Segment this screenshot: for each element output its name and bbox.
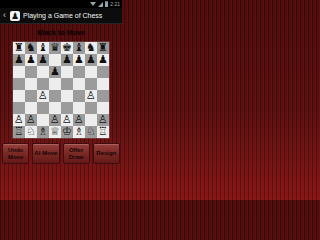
black-pawn-piece: ♟ [14,54,24,66]
white-pawn-piece: ♙ [86,90,96,102]
ai-move-button[interactable]: AI Move [32,143,59,164]
white-bishop-piece: ♗ [74,126,84,138]
white-bishop-piece: ♗ [38,126,48,138]
signal-icon [98,2,103,7]
page-title: Playing a Game of Chess [23,12,102,19]
black-pawn-piece: ♟ [98,54,108,66]
white-rook-piece: ♖ [14,126,24,138]
square-d5[interactable] [49,78,61,90]
undo-move-button[interactable]: Undo Move [2,143,29,164]
black-queen-piece: ♛ [50,42,60,54]
square-g3[interactable] [85,102,97,114]
clock-time: 2:21 [110,0,120,8]
square-h5[interactable] [97,78,109,90]
black-pawn-piece: ♟ [26,54,36,66]
square-h7[interactable]: ♟ [97,54,109,66]
white-rook-piece: ♖ [98,126,108,138]
white-knight-piece: ♘ [86,126,96,138]
square-c6[interactable] [37,66,49,78]
black-pawn-piece: ♟ [38,54,48,66]
square-g1[interactable]: ♘ [85,126,97,138]
square-b7[interactable]: ♟ [25,54,37,66]
square-f1[interactable]: ♗ [73,126,85,138]
app-chess-piece-icon[interactable]: ♟ [10,11,20,21]
square-f5[interactable] [73,78,85,90]
white-knight-piece: ♘ [26,126,36,138]
action-bar: ‹ ♟ Playing a Game of Chess [0,8,122,24]
square-c3[interactable] [37,102,49,114]
square-f6[interactable] [73,66,85,78]
square-b1[interactable]: ♘ [25,126,37,138]
square-a5[interactable] [13,78,25,90]
square-d4[interactable] [49,90,61,102]
turn-indicator: Black to Move [0,29,122,36]
square-g7[interactable]: ♟ [85,54,97,66]
square-g4[interactable]: ♙ [85,90,97,102]
black-pawn-piece: ♟ [62,54,72,66]
square-h4[interactable] [97,90,109,102]
square-a1[interactable]: ♖ [13,126,25,138]
battery-icon [105,1,108,7]
square-c7[interactable]: ♟ [37,54,49,66]
black-pawn-piece: ♟ [74,54,84,66]
square-b5[interactable] [25,78,37,90]
white-king-piece: ♔ [62,126,72,138]
chess-board[interactable]: ♜♞♝♛♚♝♞♜♟♟♟♟♟♟♟♟♙♙♙♙♙♙♙♙♖♘♗♕♔♗♘♖ [13,42,109,138]
square-h6[interactable] [97,66,109,78]
square-h1[interactable]: ♖ [97,126,109,138]
square-c1[interactable]: ♗ [37,126,49,138]
square-a7[interactable]: ♟ [13,54,25,66]
white-queen-piece: ♕ [50,126,60,138]
status-bar: 2:21 [0,0,122,8]
square-d1[interactable]: ♕ [49,126,61,138]
square-e5[interactable] [61,78,73,90]
square-b4[interactable] [25,90,37,102]
square-d6[interactable]: ♟ [49,66,61,78]
back-chevron-icon[interactable]: ‹ [2,8,7,23]
square-c4[interactable]: ♙ [37,90,49,102]
square-e7[interactable]: ♟ [61,54,73,66]
square-a6[interactable] [13,66,25,78]
wifi-icon [90,2,96,6]
black-pawn-piece: ♟ [50,66,60,78]
black-pawn-piece: ♟ [86,54,96,66]
square-g6[interactable] [85,66,97,78]
square-e4[interactable] [61,90,73,102]
offer-draw-button[interactable]: Offer Draw [63,143,90,164]
square-a4[interactable] [13,90,25,102]
square-f4[interactable] [73,90,85,102]
square-d8[interactable]: ♛ [49,42,61,54]
square-f7[interactable]: ♟ [73,54,85,66]
resign-button[interactable]: Resign [93,143,120,164]
square-e1[interactable]: ♔ [61,126,73,138]
square-e6[interactable] [61,66,73,78]
game-controls: Undo Move AI Move Offer Draw Resign [0,143,122,164]
white-pawn-piece: ♙ [38,90,48,102]
square-b6[interactable] [25,66,37,78]
